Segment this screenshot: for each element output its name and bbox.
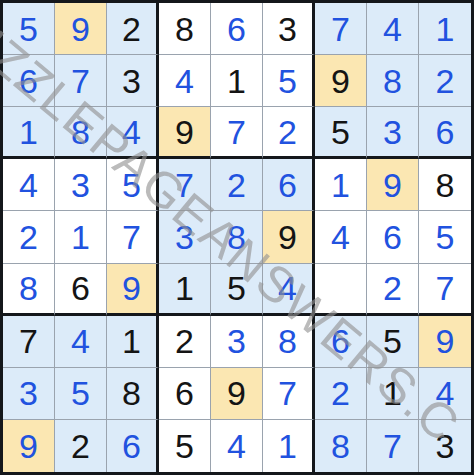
cell-r2c7[interactable]: 9 — [315, 55, 367, 107]
cell-r1c1[interactable]: 5 — [3, 3, 55, 55]
cell-r6c3[interactable]: 9 — [107, 264, 159, 316]
cell-r6c4[interactable]: 1 — [159, 264, 211, 316]
cell-r4c7[interactable]: 1 — [315, 159, 367, 211]
cell-r6c7[interactable] — [315, 264, 367, 316]
sudoku-board: 5928637416734159821849725364357261982173… — [0, 0, 474, 475]
cell-r2c6[interactable]: 5 — [263, 55, 315, 107]
cell-r7c3[interactable]: 1 — [107, 316, 159, 368]
cell-r6c8[interactable]: 2 — [367, 264, 419, 316]
cell-r6c2[interactable]: 6 — [55, 264, 107, 316]
cell-r1c3[interactable]: 2 — [107, 3, 159, 55]
cell-r9c5[interactable]: 4 — [211, 420, 263, 472]
cell-r2c3[interactable]: 3 — [107, 55, 159, 107]
cell-r7c1[interactable]: 7 — [3, 316, 55, 368]
cell-r9c2[interactable]: 2 — [55, 420, 107, 472]
cell-r2c4[interactable]: 4 — [159, 55, 211, 107]
cell-r8c7[interactable]: 2 — [315, 368, 367, 420]
cell-r3c7[interactable]: 5 — [315, 107, 367, 159]
cell-r8c8[interactable]: 1 — [367, 368, 419, 420]
cell-r3c3[interactable]: 4 — [107, 107, 159, 159]
cell-r6c6[interactable]: 4 — [263, 264, 315, 316]
cell-r6c9[interactable]: 7 — [419, 264, 471, 316]
cell-r7c7[interactable]: 6 — [315, 316, 367, 368]
cell-r3c2[interactable]: 8 — [55, 107, 107, 159]
cell-r6c1[interactable]: 8 — [3, 264, 55, 316]
cell-r4c9[interactable]: 8 — [419, 159, 471, 211]
cell-r2c1[interactable]: 6 — [3, 55, 55, 107]
cell-r1c9[interactable]: 1 — [419, 3, 471, 55]
cell-r7c6[interactable]: 8 — [263, 316, 315, 368]
sudoku-screenshot: 5928637416734159821849725364357261982173… — [0, 0, 474, 475]
cell-r5c2[interactable]: 1 — [55, 211, 107, 263]
cell-r3c5[interactable]: 7 — [211, 107, 263, 159]
cell-r1c2[interactable]: 9 — [55, 3, 107, 55]
cell-r7c9[interactable]: 9 — [419, 316, 471, 368]
cell-r5c6[interactable]: 9 — [263, 211, 315, 263]
cell-r1c8[interactable]: 4 — [367, 3, 419, 55]
cell-r9c9[interactable]: 3 — [419, 420, 471, 472]
cell-r3c1[interactable]: 1 — [3, 107, 55, 159]
cell-r4c1[interactable]: 4 — [3, 159, 55, 211]
cell-r8c9[interactable]: 4 — [419, 368, 471, 420]
cell-r3c8[interactable]: 3 — [367, 107, 419, 159]
cell-r3c6[interactable]: 2 — [263, 107, 315, 159]
cell-r5c1[interactable]: 2 — [3, 211, 55, 263]
cell-r7c2[interactable]: 4 — [55, 316, 107, 368]
cell-r1c4[interactable]: 8 — [159, 3, 211, 55]
cell-r8c2[interactable]: 5 — [55, 368, 107, 420]
cell-r4c5[interactable]: 2 — [211, 159, 263, 211]
cell-r5c9[interactable]: 5 — [419, 211, 471, 263]
cell-r4c4[interactable]: 7 — [159, 159, 211, 211]
cell-r1c5[interactable]: 6 — [211, 3, 263, 55]
cell-r1c6[interactable]: 3 — [263, 3, 315, 55]
cell-r7c5[interactable]: 3 — [211, 316, 263, 368]
cell-r5c8[interactable]: 6 — [367, 211, 419, 263]
cell-r7c8[interactable]: 5 — [367, 316, 419, 368]
cell-r4c3[interactable]: 5 — [107, 159, 159, 211]
cell-r9c7[interactable]: 8 — [315, 420, 367, 472]
cell-r8c6[interactable]: 7 — [263, 368, 315, 420]
cell-r2c8[interactable]: 8 — [367, 55, 419, 107]
cell-r2c5[interactable]: 1 — [211, 55, 263, 107]
cell-r8c3[interactable]: 8 — [107, 368, 159, 420]
cell-r8c5[interactable]: 9 — [211, 368, 263, 420]
cell-r5c7[interactable]: 4 — [315, 211, 367, 263]
cell-r9c6[interactable]: 1 — [263, 420, 315, 472]
cell-r6c5[interactable]: 5 — [211, 264, 263, 316]
cell-r5c4[interactable]: 3 — [159, 211, 211, 263]
cell-r2c9[interactable]: 2 — [419, 55, 471, 107]
cell-r2c2[interactable]: 7 — [55, 55, 107, 107]
cell-r4c6[interactable]: 6 — [263, 159, 315, 211]
cell-r5c5[interactable]: 8 — [211, 211, 263, 263]
cell-r9c1[interactable]: 9 — [3, 420, 55, 472]
cell-r8c4[interactable]: 6 — [159, 368, 211, 420]
cell-r8c1[interactable]: 3 — [3, 368, 55, 420]
cell-r5c3[interactable]: 7 — [107, 211, 159, 263]
cell-r9c8[interactable]: 7 — [367, 420, 419, 472]
cell-r1c7[interactable]: 7 — [315, 3, 367, 55]
cell-r4c8[interactable]: 9 — [367, 159, 419, 211]
cell-r3c9[interactable]: 6 — [419, 107, 471, 159]
cell-r4c2[interactable]: 3 — [55, 159, 107, 211]
cell-r9c4[interactable]: 5 — [159, 420, 211, 472]
cell-r7c4[interactable]: 2 — [159, 316, 211, 368]
cell-r3c4[interactable]: 9 — [159, 107, 211, 159]
cell-r9c3[interactable]: 6 — [107, 420, 159, 472]
